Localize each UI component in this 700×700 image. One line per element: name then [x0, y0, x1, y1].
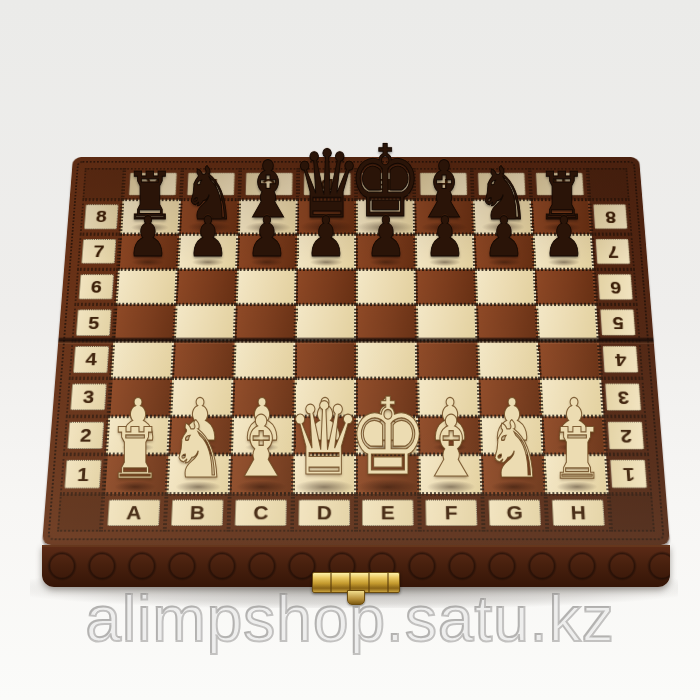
rank-label-right-3: 3 [601, 378, 646, 416]
brass-clasp-knob[interactable] [347, 590, 365, 605]
rank-label-left-6-label: 6 [79, 274, 114, 300]
file-label-bottom-g: G [482, 494, 547, 532]
rank-label-left-5-label: 5 [76, 310, 111, 336]
rank-label-right-7: 7 [592, 234, 635, 269]
square-h4[interactable] [538, 341, 601, 378]
file-label-bottom-b: B [165, 494, 230, 532]
file-label-bottom-a-label: A [107, 499, 160, 526]
file-label-bottom-h: H [546, 494, 612, 532]
rank-label-left-3: 3 [66, 378, 111, 416]
rank-label-right-8: 8 [589, 200, 632, 234]
black-pawn-glyph: ♟ [424, 209, 466, 265]
file-label-bottom-e-label: E [362, 499, 414, 526]
black-pawn-glyph: ♟ [246, 209, 288, 265]
rank-label-left-7-label: 7 [81, 239, 116, 264]
square-d4[interactable] [295, 341, 356, 378]
corner-bottom-left [57, 494, 103, 532]
rank-label-left-6: 6 [74, 269, 118, 305]
square-g4[interactable] [477, 341, 539, 378]
hinge-fold-seam [58, 338, 654, 343]
square-f4[interactable] [417, 341, 479, 378]
white-rook-glyph: ♜ [109, 418, 162, 489]
square-d5[interactable] [295, 305, 356, 341]
square-h5[interactable] [536, 305, 598, 341]
rank-label-left-3-label: 3 [70, 383, 106, 410]
rank-label-right-5-label: 5 [601, 310, 636, 336]
square-h6[interactable] [534, 269, 596, 305]
file-label-bottom-c: C [228, 494, 292, 532]
square-e5[interactable] [356, 305, 417, 341]
rank-label-left-2: 2 [63, 416, 109, 455]
square-g5[interactable] [476, 305, 538, 341]
rank-label-right-6-label: 6 [598, 274, 633, 300]
rank-label-left-1: 1 [60, 455, 106, 494]
rank-label-left-2-label: 2 [67, 421, 104, 449]
white-rook-glyph: ♜ [550, 418, 603, 489]
file-label-bottom-b-label: B [171, 499, 224, 526]
square-b4[interactable] [172, 341, 234, 378]
rank-label-right-6: 6 [594, 269, 638, 305]
rank-label-left-1-label: 1 [64, 460, 101, 488]
file-label-bottom-a: A [101, 494, 167, 532]
photo-stage: ABCDEFGH8877665544332211ABCDEFGH ♜♞♝♛♚♝♞… [0, 0, 700, 700]
rank-label-left-5: 5 [72, 305, 116, 341]
rank-label-left-8: 8 [80, 200, 123, 234]
black-pawn-glyph: ♟ [543, 209, 585, 265]
rank-label-left-4-label: 4 [73, 346, 109, 373]
rank-label-right-3-label: 3 [605, 383, 641, 410]
file-label-bottom-d-label: D [298, 499, 350, 526]
black-pawn-glyph: ♟ [127, 209, 169, 265]
square-f6[interactable] [415, 269, 476, 305]
rank-label-right-7-label: 7 [596, 239, 631, 264]
square-f5[interactable] [416, 305, 477, 341]
rank-label-right-4: 4 [599, 341, 644, 378]
square-c4[interactable] [233, 341, 295, 378]
square-b5[interactable] [174, 305, 236, 341]
white-knight-glyph: ♞ [484, 411, 543, 490]
file-label-bottom-f-label: F [425, 499, 478, 526]
square-c6[interactable] [236, 269, 297, 305]
white-bishop-glyph: ♝ [419, 405, 483, 490]
square-g6[interactable] [475, 269, 536, 305]
file-label-bottom-c-label: C [234, 499, 287, 526]
square-a6[interactable] [116, 269, 178, 305]
file-label-bottom-g-label: G [488, 499, 541, 526]
black-pawn-glyph: ♟ [305, 209, 347, 265]
rank-label-right-5: 5 [596, 305, 640, 341]
square-e4[interactable] [356, 341, 417, 378]
square-c5[interactable] [235, 305, 296, 341]
corner-bottom-right [609, 494, 655, 532]
corner-top-right [587, 168, 629, 200]
white-king-glyph: ♚ [347, 384, 427, 490]
file-label-bottom-h-label: H [551, 499, 604, 526]
black-pawn-glyph: ♟ [484, 209, 526, 265]
square-e6[interactable] [356, 269, 416, 305]
rank-label-right-1: 1 [606, 455, 652, 494]
file-label-bottom-d: D [292, 494, 356, 532]
rank-label-right-2: 2 [604, 416, 650, 455]
rank-label-left-4: 4 [69, 341, 114, 378]
rank-label-left-8-label: 8 [84, 204, 118, 229]
white-knight-glyph: ♞ [169, 411, 228, 490]
corner-top-left [82, 168, 124, 200]
square-a4[interactable] [111, 341, 174, 378]
rank-label-right-2-label: 2 [608, 421, 645, 449]
rank-label-left-7: 7 [77, 234, 120, 269]
square-d6[interactable] [296, 269, 356, 305]
file-label-bottom-e: E [356, 494, 420, 532]
square-a5[interactable] [113, 305, 175, 341]
white-bishop-glyph: ♝ [230, 405, 294, 490]
rank-label-right-4-label: 4 [603, 346, 639, 373]
black-pawn-glyph: ♟ [365, 209, 407, 265]
rank-label-right-8-label: 8 [594, 204, 628, 229]
black-pawn-glyph: ♟ [187, 209, 229, 265]
rank-label-right-1-label: 1 [611, 460, 648, 488]
square-b6[interactable] [176, 269, 237, 305]
file-label-bottom-f: F [419, 494, 483, 532]
